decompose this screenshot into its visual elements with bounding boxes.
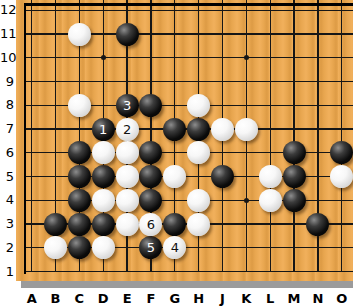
- white-stone-D2[interactable]: [92, 236, 115, 259]
- row-label-7: 7: [0, 121, 14, 137]
- row-label-3: 3: [0, 216, 14, 232]
- column-label-D: D: [93, 291, 113, 307]
- column-label-B: B: [46, 291, 66, 307]
- row-label-9: 9: [0, 74, 14, 90]
- black-stone-E11[interactable]: [116, 23, 139, 46]
- white-stone-J7[interactable]: [211, 118, 234, 141]
- white-stone-O5[interactable]: [330, 165, 353, 188]
- black-stone-H7[interactable]: [187, 118, 210, 141]
- black-stone-D7[interactable]: 1: [92, 118, 115, 141]
- white-stone-B2[interactable]: [44, 236, 67, 259]
- black-stone-F6[interactable]: [139, 141, 162, 164]
- black-stone-G7[interactable]: [163, 118, 186, 141]
- white-stone-H6[interactable]: [187, 141, 210, 164]
- white-stone-G2[interactable]: 4: [163, 236, 186, 259]
- white-stone-H3[interactable]: [187, 213, 210, 236]
- row-label-11: 11: [0, 26, 14, 42]
- black-stone-B3[interactable]: [44, 213, 67, 236]
- black-stone-F8[interactable]: [139, 94, 162, 117]
- column-label-C: C: [69, 291, 89, 307]
- white-stone-C8[interactable]: [68, 94, 91, 117]
- row-label-2: 2: [0, 240, 14, 256]
- move-number-label: 6: [147, 213, 155, 236]
- black-stone-N3[interactable]: [306, 213, 329, 236]
- move-number-label: 4: [171, 236, 179, 259]
- white-stone-E5[interactable]: [116, 165, 139, 188]
- black-stone-C2[interactable]: [68, 236, 91, 259]
- white-stone-L4[interactable]: [259, 189, 282, 212]
- column-label-J: J: [213, 291, 233, 307]
- move-number-label: 1: [99, 118, 107, 141]
- column-label-A: A: [22, 291, 42, 307]
- white-stone-G5[interactable]: [163, 165, 186, 188]
- white-stone-E7[interactable]: 2: [116, 118, 139, 141]
- white-stone-E6[interactable]: [116, 141, 139, 164]
- black-stone-D5[interactable]: [92, 165, 115, 188]
- white-stone-C11[interactable]: [68, 23, 91, 46]
- black-stone-C4[interactable]: [68, 189, 91, 212]
- black-stone-F4[interactable]: [139, 189, 162, 212]
- white-stone-E3[interactable]: [116, 213, 139, 236]
- move-number-label: 5: [147, 236, 155, 259]
- row-label-8: 8: [0, 97, 14, 113]
- black-stone-M5[interactable]: [283, 165, 306, 188]
- black-stone-C3[interactable]: [68, 213, 91, 236]
- white-stone-D6[interactable]: [92, 141, 115, 164]
- white-stone-K7[interactable]: [235, 118, 258, 141]
- row-label-10: 10: [0, 50, 14, 66]
- white-stone-D4[interactable]: [92, 189, 115, 212]
- column-label-G: G: [165, 291, 185, 307]
- move-number-label: 2: [123, 118, 131, 141]
- column-label-N: N: [308, 291, 328, 307]
- column-label-E: E: [117, 291, 137, 307]
- white-stone-H4[interactable]: [187, 189, 210, 212]
- black-stone-C6[interactable]: [68, 141, 91, 164]
- black-stone-F2[interactable]: 5: [139, 236, 162, 259]
- go-board[interactable]: 315264: [20, 0, 353, 283]
- row-label-5: 5: [0, 169, 14, 185]
- star-point-D10: [101, 55, 106, 60]
- row-label-6: 6: [0, 145, 14, 161]
- board-drop-shadow: [21, 281, 353, 288]
- column-label-H: H: [189, 291, 209, 307]
- black-stone-E8[interactable]: 3: [116, 94, 139, 117]
- white-stone-F3[interactable]: 6: [139, 213, 162, 236]
- black-stone-C5[interactable]: [68, 165, 91, 188]
- black-stone-O6[interactable]: [330, 141, 353, 164]
- column-label-M: M: [284, 291, 304, 307]
- star-point-K4: [244, 198, 249, 203]
- go-board-diagram: 315264 121110987654321 ABCDEFGHJKLMNO: [0, 0, 353, 308]
- white-stone-L5[interactable]: [259, 165, 282, 188]
- black-stone-D3[interactable]: [92, 213, 115, 236]
- black-stone-M4[interactable]: [283, 189, 306, 212]
- column-label-L: L: [260, 291, 280, 307]
- column-label-K: K: [236, 291, 256, 307]
- star-point-K10: [244, 55, 249, 60]
- black-stone-M6[interactable]: [283, 141, 306, 164]
- white-stone-E4[interactable]: [116, 189, 139, 212]
- row-label-1: 1: [0, 264, 14, 280]
- black-stone-F5[interactable]: [139, 165, 162, 188]
- white-stone-H8[interactable]: [187, 94, 210, 117]
- column-label-F: F: [141, 291, 161, 307]
- move-number-label: 3: [123, 94, 131, 117]
- row-label-4: 4: [0, 192, 14, 208]
- black-stone-G3[interactable]: [163, 213, 186, 236]
- column-label-O: O: [332, 291, 352, 307]
- row-label-12: 12: [0, 2, 14, 18]
- black-stone-J5[interactable]: [211, 165, 234, 188]
